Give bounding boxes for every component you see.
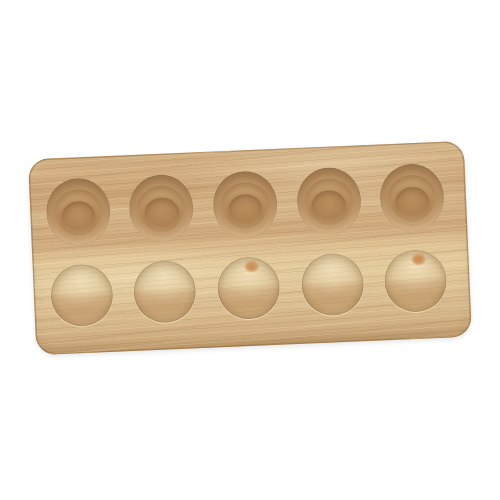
pit-grid	[28, 141, 472, 355]
wood-knot	[410, 253, 427, 267]
pit-cell-r0c3	[285, 157, 372, 244]
pit-cell-r1c0	[38, 251, 125, 338]
pit-r1c2[interactable]	[216, 256, 281, 321]
pit-r1c0[interactable]	[49, 263, 114, 328]
pit-cell-r1c1	[122, 248, 209, 335]
pit-cell-r1c3	[289, 241, 376, 328]
pit-cell-r1c4	[372, 237, 459, 324]
pit-r0c0[interactable]	[45, 176, 112, 246]
pit-cell-r1c2	[205, 244, 292, 331]
pit-r0c2[interactable]	[212, 169, 279, 239]
mancala-board	[28, 141, 472, 355]
wood-knot	[243, 260, 260, 274]
pit-r0c1[interactable]	[128, 173, 195, 243]
pit-r1c4[interactable]	[383, 249, 448, 314]
pit-r1c1[interactable]	[133, 259, 198, 324]
pit-cell-r0c2	[202, 160, 289, 247]
pit-r0c3[interactable]	[295, 166, 362, 236]
pit-cell-r0c1	[118, 164, 205, 251]
pit-cell-r0c0	[35, 168, 122, 255]
pit-r0c4[interactable]	[379, 162, 446, 232]
pit-r1c3[interactable]	[300, 252, 365, 317]
pit-cell-r0c4	[369, 153, 456, 240]
photo-background	[0, 0, 500, 500]
